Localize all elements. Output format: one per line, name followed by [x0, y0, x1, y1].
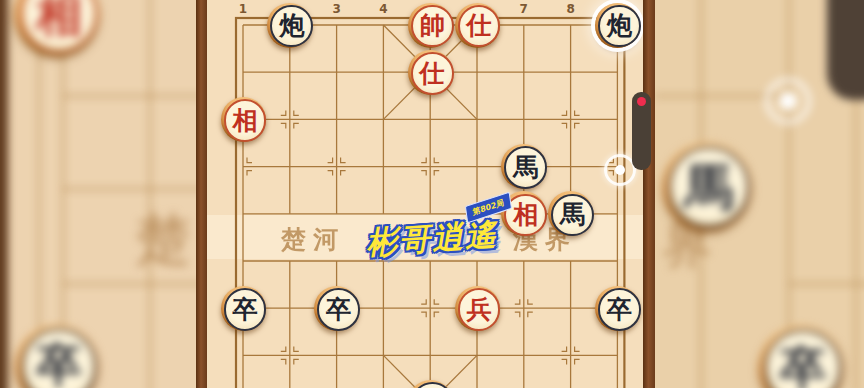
background-blur-left-content: 楚 相卒 [0, 0, 196, 388]
piece-glyph: 馬 [513, 155, 538, 180]
bg-grid-line [149, 0, 151, 388]
piece-bg-black-soldier: 卒 [759, 326, 843, 388]
bg-dark-ui-blob [827, 0, 864, 100]
background-blur-right-content: 界 馬卒 [655, 0, 864, 388]
piece-face: 卒 [317, 288, 360, 331]
piece-red-advisor[interactable]: 仕 [455, 3, 500, 48]
piece-glyph: 卒 [326, 297, 351, 322]
piece-black-soldier[interactable]: 卒 [595, 286, 640, 331]
bg-grid-line [62, 188, 196, 190]
bg-grid-line [62, 283, 196, 285]
piece-face: 馬 [551, 194, 594, 237]
piece-bg-red-elephant: 相 [15, 0, 99, 56]
piece-black-cannon[interactable]: 炮 [595, 3, 640, 48]
piece-glyph: 仕 [466, 13, 491, 38]
bg-river-text: 楚 [136, 204, 190, 277]
background-blur-right: 界 馬卒 [655, 0, 864, 388]
piece-face: 卒 [765, 330, 841, 388]
piece-face: 仕 [411, 52, 454, 95]
piece-red-soldier[interactable]: 兵 [455, 286, 500, 331]
piece-glyph: 馬 [684, 163, 733, 212]
game-screenshot: 123456789 楚河 漢界 炮帥仕炮仕相馬相馬卒卒兵卒將 [196, 0, 655, 388]
piece-glyph: 仕 [420, 61, 445, 86]
file-label: 7 [515, 2, 533, 16]
piece-glyph: 卒 [36, 343, 82, 388]
bg-grid-line [788, 283, 864, 285]
piece-face: 卒 [224, 288, 267, 331]
file-label: 3 [328, 2, 346, 16]
board-left-edge [196, 0, 207, 388]
piece-black-horse[interactable]: 馬 [501, 144, 546, 189]
file-label: 4 [374, 2, 392, 16]
bg-board-edge [0, 0, 8, 388]
piece-face: 卒 [22, 329, 97, 388]
piece-face: 馬 [669, 147, 749, 227]
piece-glyph: 相 [513, 202, 538, 227]
piece-face: 相 [21, 0, 97, 52]
piece-red-advisor[interactable]: 仕 [408, 50, 453, 95]
piece-face: 相 [224, 99, 267, 142]
watermark-text: 彬哥逍遙 [365, 215, 499, 260]
piece-black-horse[interactable]: 馬 [548, 191, 593, 236]
screenshot-root: 楚 相卒 界 馬卒 123456789 楚河 漢界 炮帥仕炮仕相馬相馬卒卒兵卒將 [0, 0, 864, 388]
piece-face: 馬 [504, 146, 547, 189]
bg-grid-line [62, 95, 196, 97]
piece-red-elephant[interactable]: 相 [221, 97, 266, 142]
piece-face: 兵 [458, 288, 501, 331]
piece-glyph: 相 [232, 108, 257, 133]
piece-red-general[interactable]: 帥 [408, 3, 453, 48]
piece-glyph: 兵 [466, 297, 491, 322]
piece-glyph: 卒 [232, 297, 257, 322]
floating-menu-handle[interactable] [632, 92, 651, 170]
piece-glyph: 炮 [607, 13, 632, 38]
piece-glyph: 炮 [279, 13, 304, 38]
piece-glyph: 卒 [607, 297, 632, 322]
notification-dot-icon [637, 97, 646, 106]
piece-face: 炮 [598, 5, 641, 48]
background-blur-left: 楚 相卒 [0, 0, 196, 388]
piece-black-cannon[interactable]: 炮 [267, 3, 312, 48]
board-right-edge [643, 0, 655, 388]
piece-glyph: 相 [35, 0, 82, 38]
bg-touch-indicator-icon [765, 78, 811, 124]
piece-bg-black-soldier: 卒 [16, 325, 98, 388]
river-text-left: 楚河 [281, 223, 345, 256]
piece-black-soldier[interactable]: 卒 [221, 286, 266, 331]
piece-glyph: 馬 [560, 202, 585, 227]
piece-glyph: 帥 [420, 13, 445, 38]
piece-bg-black-horse: 馬 [663, 143, 751, 231]
piece-face: 帥 [411, 5, 454, 48]
file-label: 8 [562, 2, 580, 16]
piece-face: 卒 [598, 288, 641, 331]
file-label: 1 [234, 2, 252, 16]
piece-black-soldier[interactable]: 卒 [314, 286, 359, 331]
piece-glyph: 卒 [779, 345, 826, 388]
piece-face: 相 [504, 194, 547, 237]
